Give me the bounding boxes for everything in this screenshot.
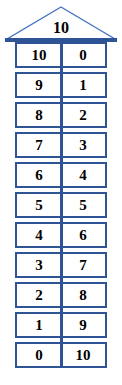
cell-right: 5 (61, 194, 105, 216)
cell-left: 7 (17, 134, 61, 156)
cell-left: 2 (17, 284, 61, 306)
center-divider-line (60, 42, 63, 368)
cell-left: 8 (17, 104, 61, 126)
roof-sum-label: 10 (0, 19, 122, 37)
cell-left: 1 (17, 314, 61, 336)
cell-left: 5 (17, 194, 61, 216)
number-bonds-house: 10 10 0 9 1 8 2 7 3 6 4 5 5 4 6 (0, 0, 122, 385)
cell-right: 1 (61, 74, 105, 96)
cell-right: 8 (61, 284, 105, 306)
cell-left: 3 (17, 254, 61, 276)
cell-right: 7 (61, 254, 105, 276)
cell-left: 6 (17, 164, 61, 186)
cell-right: 9 (61, 314, 105, 336)
cell-right: 2 (61, 104, 105, 126)
cell-right: 0 (61, 44, 105, 66)
cell-left: 4 (17, 224, 61, 246)
cell-left: 0 (17, 344, 61, 366)
cell-right: 4 (61, 164, 105, 186)
cell-left: 10 (17, 44, 61, 66)
cell-right: 10 (61, 344, 105, 366)
cell-left: 9 (17, 74, 61, 96)
cell-right: 6 (61, 224, 105, 246)
cell-right: 3 (61, 134, 105, 156)
